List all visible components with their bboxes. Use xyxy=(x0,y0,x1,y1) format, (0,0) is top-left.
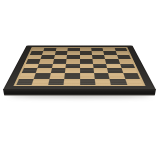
square-e1 xyxy=(80,79,96,85)
square-c1 xyxy=(48,79,65,85)
board-side-edge xyxy=(3,89,156,96)
product-photo-scene xyxy=(0,0,160,160)
square-d1 xyxy=(64,79,80,85)
square-b1 xyxy=(32,79,49,85)
chessboard xyxy=(3,45,156,89)
square-h1 xyxy=(125,79,143,85)
square-f1 xyxy=(95,79,112,85)
board-squares-grid xyxy=(16,48,143,85)
